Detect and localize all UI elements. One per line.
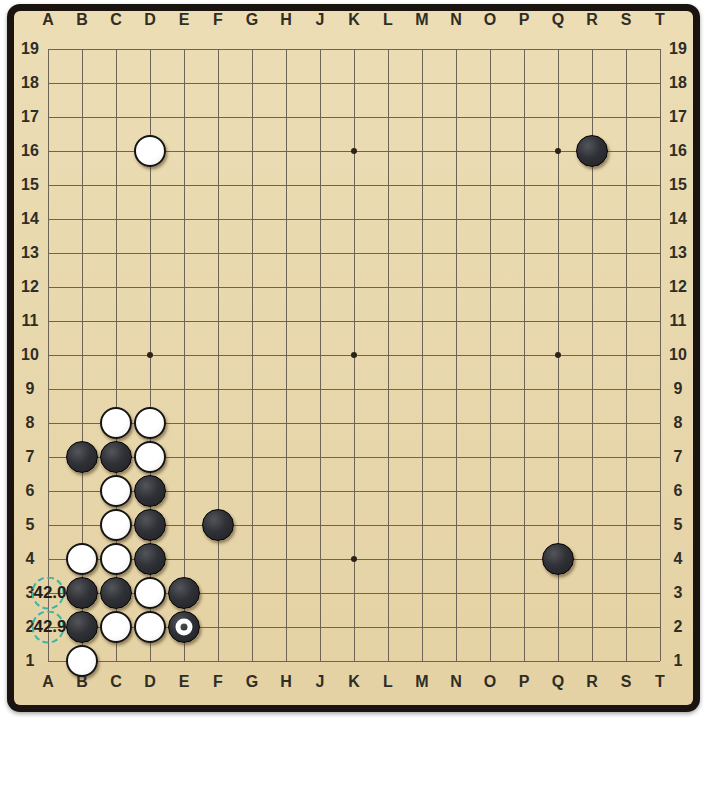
board-cell[interactable] bbox=[99, 610, 133, 644]
board-cell[interactable] bbox=[439, 644, 473, 678]
board-cell[interactable] bbox=[201, 372, 235, 406]
board-cell[interactable] bbox=[99, 644, 133, 678]
board-cell[interactable] bbox=[65, 236, 99, 270]
board-cell[interactable] bbox=[371, 474, 405, 508]
board-cell[interactable] bbox=[167, 32, 201, 66]
board-cell[interactable] bbox=[31, 100, 65, 134]
board-cell[interactable] bbox=[609, 474, 643, 508]
board-cell[interactable] bbox=[643, 66, 677, 100]
board-cell[interactable] bbox=[609, 134, 643, 168]
board-cell[interactable] bbox=[269, 542, 303, 576]
board-cell[interactable] bbox=[99, 32, 133, 66]
board-cell[interactable] bbox=[133, 474, 167, 508]
board-cell[interactable] bbox=[337, 32, 371, 66]
board-cell[interactable] bbox=[609, 610, 643, 644]
board-cell[interactable] bbox=[167, 134, 201, 168]
board-cell[interactable] bbox=[269, 168, 303, 202]
board-cell[interactable] bbox=[65, 610, 99, 644]
board-cell[interactable] bbox=[371, 32, 405, 66]
board-cell[interactable] bbox=[609, 202, 643, 236]
board-cell[interactable] bbox=[643, 270, 677, 304]
board-cell[interactable] bbox=[405, 66, 439, 100]
board-cell[interactable] bbox=[337, 576, 371, 610]
board-cell[interactable] bbox=[31, 168, 65, 202]
board-cell[interactable] bbox=[201, 270, 235, 304]
board-cell[interactable] bbox=[507, 644, 541, 678]
board-cell[interactable] bbox=[269, 576, 303, 610]
board-cell[interactable] bbox=[133, 202, 167, 236]
board-cell[interactable] bbox=[405, 644, 439, 678]
board-cell[interactable] bbox=[269, 644, 303, 678]
board-cell[interactable] bbox=[575, 304, 609, 338]
board-cell[interactable] bbox=[303, 168, 337, 202]
board-cell[interactable] bbox=[65, 474, 99, 508]
board-cell[interactable] bbox=[201, 168, 235, 202]
board-cell[interactable] bbox=[371, 202, 405, 236]
board-cell[interactable] bbox=[575, 372, 609, 406]
board-cell[interactable] bbox=[133, 168, 167, 202]
board-cell[interactable] bbox=[609, 440, 643, 474]
board-cell[interactable] bbox=[201, 338, 235, 372]
board-cell[interactable] bbox=[507, 542, 541, 576]
board-cell[interactable] bbox=[371, 440, 405, 474]
board-cell[interactable] bbox=[337, 304, 371, 338]
board-cell[interactable] bbox=[31, 406, 65, 440]
board-cell[interactable] bbox=[405, 542, 439, 576]
board-cell[interactable] bbox=[643, 236, 677, 270]
board-cell[interactable] bbox=[371, 236, 405, 270]
board-cell[interactable] bbox=[405, 610, 439, 644]
board-cell[interactable] bbox=[303, 304, 337, 338]
board-cell[interactable] bbox=[269, 474, 303, 508]
board-cell[interactable] bbox=[371, 304, 405, 338]
board-cell[interactable] bbox=[65, 372, 99, 406]
board-cell[interactable] bbox=[235, 134, 269, 168]
board-cell[interactable] bbox=[337, 168, 371, 202]
board-cell[interactable] bbox=[201, 508, 235, 542]
board-cell[interactable] bbox=[439, 202, 473, 236]
board-cell[interactable] bbox=[235, 66, 269, 100]
board-cell[interactable] bbox=[643, 440, 677, 474]
board-cell[interactable] bbox=[201, 66, 235, 100]
board-cell[interactable] bbox=[439, 32, 473, 66]
board-cell[interactable] bbox=[371, 338, 405, 372]
board-cell[interactable] bbox=[337, 338, 371, 372]
board-cell[interactable] bbox=[575, 168, 609, 202]
board-cell[interactable] bbox=[133, 304, 167, 338]
board-cell[interactable] bbox=[31, 270, 65, 304]
board-cell[interactable] bbox=[133, 100, 167, 134]
board-cell[interactable] bbox=[405, 32, 439, 66]
board-cell[interactable] bbox=[133, 406, 167, 440]
board-cell[interactable] bbox=[439, 134, 473, 168]
board-cell[interactable] bbox=[541, 236, 575, 270]
board-cell[interactable] bbox=[405, 202, 439, 236]
board-cell[interactable] bbox=[235, 610, 269, 644]
board-cell[interactable] bbox=[439, 66, 473, 100]
board-cell[interactable] bbox=[405, 576, 439, 610]
board-cell[interactable] bbox=[133, 440, 167, 474]
board-cell[interactable] bbox=[201, 406, 235, 440]
board-cell[interactable] bbox=[507, 440, 541, 474]
board-cell[interactable] bbox=[99, 576, 133, 610]
board-cell[interactable] bbox=[439, 406, 473, 440]
board-cell[interactable] bbox=[643, 304, 677, 338]
board-cell[interactable] bbox=[133, 134, 167, 168]
board-cell[interactable] bbox=[133, 644, 167, 678]
board-cell[interactable] bbox=[439, 576, 473, 610]
board-cell[interactable] bbox=[541, 100, 575, 134]
board-cell[interactable] bbox=[201, 304, 235, 338]
board-cell[interactable] bbox=[269, 66, 303, 100]
board-cell[interactable] bbox=[541, 576, 575, 610]
board-cell[interactable] bbox=[473, 508, 507, 542]
board-cell[interactable] bbox=[473, 100, 507, 134]
board-cell[interactable] bbox=[235, 576, 269, 610]
board-cell[interactable] bbox=[133, 338, 167, 372]
board-cell[interactable] bbox=[167, 372, 201, 406]
board-cell[interactable] bbox=[133, 610, 167, 644]
board-cell[interactable] bbox=[201, 474, 235, 508]
board-cell[interactable] bbox=[99, 304, 133, 338]
board-cell[interactable] bbox=[371, 576, 405, 610]
board-cell[interactable] bbox=[167, 610, 201, 644]
board-cell[interactable] bbox=[609, 644, 643, 678]
board-cell[interactable] bbox=[609, 338, 643, 372]
board-cell[interactable] bbox=[473, 644, 507, 678]
board-cell[interactable] bbox=[473, 372, 507, 406]
board-cell[interactable] bbox=[575, 644, 609, 678]
board-cell[interactable] bbox=[371, 134, 405, 168]
board-cell[interactable] bbox=[201, 202, 235, 236]
board-cell[interactable] bbox=[609, 66, 643, 100]
board-cell[interactable] bbox=[303, 338, 337, 372]
board-cell[interactable] bbox=[235, 202, 269, 236]
board-cell[interactable] bbox=[167, 270, 201, 304]
board-cell[interactable] bbox=[371, 610, 405, 644]
board-cell[interactable] bbox=[575, 202, 609, 236]
board-cell[interactable] bbox=[65, 270, 99, 304]
board-cell[interactable] bbox=[269, 134, 303, 168]
board-cell[interactable] bbox=[405, 508, 439, 542]
board-cell[interactable] bbox=[337, 644, 371, 678]
board-cell[interactable] bbox=[507, 236, 541, 270]
board-cell[interactable] bbox=[31, 474, 65, 508]
board-cell[interactable] bbox=[405, 134, 439, 168]
board-cell[interactable] bbox=[303, 100, 337, 134]
board-cell[interactable] bbox=[507, 134, 541, 168]
board-cell[interactable] bbox=[643, 576, 677, 610]
board-cell[interactable] bbox=[65, 644, 99, 678]
board-cell[interactable] bbox=[133, 372, 167, 406]
board-cell[interactable] bbox=[371, 168, 405, 202]
board-cell[interactable] bbox=[507, 66, 541, 100]
board-cell[interactable] bbox=[405, 100, 439, 134]
board-cell[interactable] bbox=[269, 100, 303, 134]
board-cell[interactable] bbox=[31, 66, 65, 100]
board-cell[interactable] bbox=[473, 406, 507, 440]
board-cell[interactable] bbox=[405, 304, 439, 338]
board-cell[interactable] bbox=[541, 372, 575, 406]
board-cell[interactable] bbox=[541, 644, 575, 678]
board-cell[interactable] bbox=[167, 440, 201, 474]
board-cell[interactable] bbox=[439, 474, 473, 508]
board-cell[interactable] bbox=[575, 406, 609, 440]
board-cell[interactable] bbox=[31, 202, 65, 236]
board-cell[interactable] bbox=[235, 338, 269, 372]
board-cell[interactable] bbox=[473, 474, 507, 508]
board-cell[interactable] bbox=[507, 406, 541, 440]
board-cell[interactable] bbox=[167, 406, 201, 440]
board-cell[interactable] bbox=[643, 168, 677, 202]
board-cell[interactable] bbox=[167, 576, 201, 610]
board-cell[interactable] bbox=[269, 304, 303, 338]
board-cell[interactable] bbox=[65, 134, 99, 168]
board-cell[interactable] bbox=[167, 66, 201, 100]
board-cell[interactable] bbox=[643, 372, 677, 406]
board-cell[interactable] bbox=[609, 100, 643, 134]
board-cell[interactable] bbox=[643, 100, 677, 134]
board-cell[interactable] bbox=[65, 66, 99, 100]
board-cell[interactable] bbox=[133, 542, 167, 576]
board-cell[interactable] bbox=[133, 32, 167, 66]
board-cell[interactable] bbox=[269, 270, 303, 304]
board-cell[interactable] bbox=[167, 202, 201, 236]
board-cell[interactable] bbox=[65, 338, 99, 372]
board-cell[interactable] bbox=[269, 372, 303, 406]
board-cell[interactable] bbox=[269, 236, 303, 270]
board-cell[interactable] bbox=[507, 338, 541, 372]
board-cell[interactable] bbox=[473, 304, 507, 338]
board-cell[interactable] bbox=[473, 168, 507, 202]
board-cell[interactable] bbox=[507, 32, 541, 66]
board-cell[interactable] bbox=[643, 32, 677, 66]
board-cell[interactable] bbox=[31, 508, 65, 542]
board-cell[interactable] bbox=[575, 542, 609, 576]
board-cell[interactable] bbox=[201, 236, 235, 270]
board-cell[interactable] bbox=[303, 508, 337, 542]
board-cell[interactable] bbox=[473, 134, 507, 168]
board-cell[interactable] bbox=[609, 406, 643, 440]
board-cell[interactable] bbox=[269, 202, 303, 236]
board-cell[interactable] bbox=[507, 100, 541, 134]
board-cell[interactable] bbox=[167, 542, 201, 576]
board-cell[interactable] bbox=[201, 32, 235, 66]
board-cell[interactable] bbox=[201, 100, 235, 134]
board-cell[interactable] bbox=[31, 32, 65, 66]
board-cell[interactable] bbox=[65, 406, 99, 440]
board-cell[interactable] bbox=[99, 100, 133, 134]
board-cell[interactable] bbox=[235, 372, 269, 406]
board-cell[interactable] bbox=[99, 202, 133, 236]
board-cell[interactable] bbox=[575, 610, 609, 644]
board-cell[interactable] bbox=[31, 542, 65, 576]
board-cell[interactable] bbox=[167, 644, 201, 678]
board-cell[interactable] bbox=[575, 100, 609, 134]
board-cell[interactable] bbox=[167, 338, 201, 372]
board-cell[interactable] bbox=[643, 202, 677, 236]
board-cell[interactable] bbox=[235, 100, 269, 134]
board-cell[interactable] bbox=[303, 236, 337, 270]
board-cell[interactable] bbox=[99, 236, 133, 270]
board-cell[interactable] bbox=[473, 270, 507, 304]
board-cell[interactable] bbox=[31, 304, 65, 338]
board-cell[interactable] bbox=[473, 236, 507, 270]
board-cell[interactable] bbox=[609, 168, 643, 202]
board-cell[interactable] bbox=[371, 100, 405, 134]
board-cell[interactable] bbox=[643, 474, 677, 508]
board-cell[interactable] bbox=[99, 338, 133, 372]
board-cell[interactable] bbox=[337, 542, 371, 576]
board-cell[interactable] bbox=[371, 372, 405, 406]
board-cell[interactable] bbox=[235, 32, 269, 66]
board-cell[interactable] bbox=[201, 542, 235, 576]
board-cell[interactable] bbox=[99, 372, 133, 406]
board-cell[interactable] bbox=[65, 100, 99, 134]
board-cell[interactable] bbox=[405, 338, 439, 372]
board-cell[interactable] bbox=[31, 372, 65, 406]
board-cell[interactable] bbox=[541, 168, 575, 202]
board-cell[interactable] bbox=[541, 440, 575, 474]
board-cell[interactable] bbox=[473, 202, 507, 236]
board-cell[interactable] bbox=[31, 236, 65, 270]
board-cell[interactable] bbox=[201, 644, 235, 678]
board-cell[interactable] bbox=[643, 542, 677, 576]
board-cell[interactable] bbox=[609, 236, 643, 270]
board-cell[interactable] bbox=[337, 270, 371, 304]
board-cell[interactable] bbox=[439, 270, 473, 304]
board-cell[interactable] bbox=[439, 508, 473, 542]
board-cell[interactable] bbox=[303, 576, 337, 610]
board-cell[interactable] bbox=[473, 66, 507, 100]
board-cell[interactable] bbox=[541, 406, 575, 440]
board-cell[interactable] bbox=[439, 610, 473, 644]
board-cell[interactable] bbox=[31, 440, 65, 474]
board-cell[interactable] bbox=[439, 542, 473, 576]
board-cell[interactable] bbox=[65, 168, 99, 202]
board-cell[interactable] bbox=[235, 474, 269, 508]
board-cell[interactable] bbox=[133, 576, 167, 610]
board-cell[interactable] bbox=[609, 32, 643, 66]
board-cell[interactable] bbox=[643, 406, 677, 440]
board-cell[interactable] bbox=[439, 338, 473, 372]
board-cell[interactable] bbox=[337, 66, 371, 100]
board-cell[interactable] bbox=[235, 406, 269, 440]
board-cell[interactable] bbox=[575, 440, 609, 474]
board-cell[interactable] bbox=[303, 372, 337, 406]
board-cell[interactable] bbox=[541, 270, 575, 304]
board-cell[interactable] bbox=[235, 542, 269, 576]
board-cell[interactable] bbox=[371, 406, 405, 440]
board-cell[interactable] bbox=[167, 474, 201, 508]
board-cell[interactable] bbox=[575, 270, 609, 304]
board-cell[interactable] bbox=[439, 440, 473, 474]
board-cell[interactable] bbox=[303, 406, 337, 440]
board-cell[interactable] bbox=[405, 270, 439, 304]
board-cell[interactable] bbox=[303, 610, 337, 644]
board-cell[interactable] bbox=[201, 576, 235, 610]
board-cell[interactable] bbox=[439, 168, 473, 202]
board-cell[interactable] bbox=[609, 270, 643, 304]
board-cell[interactable] bbox=[269, 610, 303, 644]
board-cell[interactable] bbox=[575, 508, 609, 542]
board-cell[interactable] bbox=[405, 168, 439, 202]
board-cell[interactable] bbox=[99, 508, 133, 542]
board-cell[interactable] bbox=[541, 32, 575, 66]
board-cell[interactable] bbox=[65, 202, 99, 236]
board-cell[interactable] bbox=[473, 610, 507, 644]
board-cell[interactable] bbox=[575, 474, 609, 508]
board-cell[interactable] bbox=[405, 372, 439, 406]
board-cell[interactable] bbox=[235, 236, 269, 270]
board-cell[interactable] bbox=[507, 304, 541, 338]
board-cell[interactable] bbox=[133, 508, 167, 542]
board-cell[interactable] bbox=[405, 440, 439, 474]
board-cell[interactable] bbox=[337, 440, 371, 474]
board-cell[interactable] bbox=[541, 202, 575, 236]
board-cell[interactable] bbox=[473, 576, 507, 610]
board-cell[interactable] bbox=[337, 406, 371, 440]
board-cell[interactable] bbox=[269, 508, 303, 542]
board-cell[interactable] bbox=[507, 508, 541, 542]
board-cell[interactable] bbox=[31, 134, 65, 168]
board-cell[interactable] bbox=[235, 168, 269, 202]
board-cell[interactable] bbox=[337, 236, 371, 270]
board-cell[interactable] bbox=[541, 66, 575, 100]
board-cell[interactable] bbox=[303, 542, 337, 576]
board-cell[interactable] bbox=[235, 440, 269, 474]
board-cell[interactable] bbox=[65, 542, 99, 576]
board-cell[interactable] bbox=[133, 270, 167, 304]
board-cell[interactable] bbox=[643, 508, 677, 542]
board-cell[interactable] bbox=[575, 32, 609, 66]
board-cell[interactable] bbox=[167, 508, 201, 542]
board-cell[interactable] bbox=[133, 236, 167, 270]
board-cell[interactable] bbox=[99, 134, 133, 168]
board-cell[interactable] bbox=[99, 440, 133, 474]
board-cell[interactable] bbox=[65, 576, 99, 610]
board-cell[interactable] bbox=[65, 32, 99, 66]
board-cell[interactable] bbox=[99, 168, 133, 202]
board-cell[interactable] bbox=[303, 202, 337, 236]
board-cell[interactable] bbox=[303, 644, 337, 678]
board-cell[interactable] bbox=[303, 270, 337, 304]
board-cell[interactable] bbox=[303, 134, 337, 168]
board-cell[interactable] bbox=[575, 338, 609, 372]
board-cell[interactable] bbox=[575, 576, 609, 610]
board-cell[interactable] bbox=[31, 644, 65, 678]
board-cell[interactable] bbox=[337, 134, 371, 168]
board-cell[interactable] bbox=[439, 236, 473, 270]
board-cell[interactable] bbox=[167, 100, 201, 134]
board-cell[interactable] bbox=[371, 270, 405, 304]
board-cell[interactable] bbox=[167, 304, 201, 338]
board-cell[interactable] bbox=[337, 474, 371, 508]
board-cell[interactable] bbox=[643, 610, 677, 644]
board-cell[interactable] bbox=[371, 644, 405, 678]
board-cell[interactable] bbox=[235, 508, 269, 542]
board-cell[interactable] bbox=[507, 270, 541, 304]
board-cell[interactable] bbox=[439, 372, 473, 406]
board-cell[interactable] bbox=[643, 338, 677, 372]
board-cell[interactable] bbox=[303, 66, 337, 100]
board-cell[interactable] bbox=[99, 270, 133, 304]
board-cell[interactable] bbox=[99, 66, 133, 100]
board-cell[interactable] bbox=[609, 542, 643, 576]
board-cell[interactable] bbox=[643, 134, 677, 168]
board-cell[interactable] bbox=[371, 508, 405, 542]
board-cell[interactable] bbox=[439, 100, 473, 134]
